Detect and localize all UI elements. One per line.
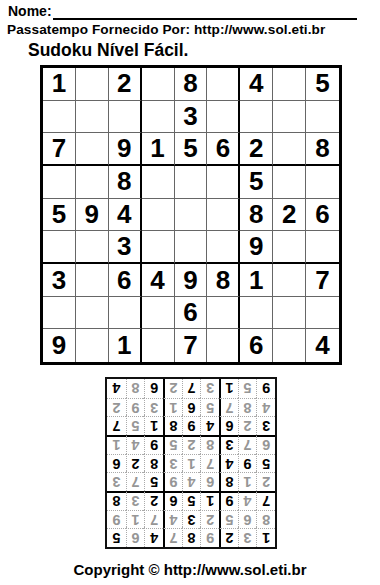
solution-cell-r7c8: 5 [126,416,145,435]
solution-cell-r4c4: 6 [200,472,219,491]
solution-cell-r7c7: 1 [144,416,163,435]
solution-cell-r6c8: 4 [126,435,145,454]
cell-r8c7[interactable] [240,297,273,330]
cell-r4c4[interactable] [142,166,175,199]
cell-r7c3: 6 [109,264,142,297]
solution-cell-r6c7: 9 [144,435,163,454]
solution-cell-r7c4: 4 [200,416,219,435]
cell-r5c1: 5 [43,199,76,232]
cell-r6c7: 9 [240,231,273,264]
cell-r3c4: 1 [142,133,175,166]
cell-r1c4[interactable] [142,68,175,101]
solution-cell-r6c6: 5 [163,435,182,454]
cell-r5c5[interactable] [175,199,208,232]
name-row: Nome: [8,3,372,20]
cell-r3c7: 2 [240,133,273,166]
solution-cell-r2c4: 2 [200,510,219,529]
solution-cell-r8c6: 1 [163,398,182,417]
cell-r2c1[interactable] [43,101,76,134]
cell-r4c9[interactable] [306,166,339,199]
solution-cell-r9c3: 1 [219,379,238,398]
cell-r4c3: 8 [109,166,142,199]
solution-cell-r4c5: 4 [182,472,201,491]
cell-r5c4[interactable] [142,199,175,232]
cell-r1c9: 5 [306,68,339,101]
solution-cell-r1c1: 1 [256,528,275,547]
cell-r9c2[interactable] [76,329,109,362]
solution-cell-r8c2: 8 [238,398,257,417]
cell-r5c9: 6 [306,199,339,232]
cell-r2c9[interactable] [306,101,339,134]
solution-cell-r5c8: 2 [126,454,145,473]
solution-cell-r9c8: 8 [126,379,145,398]
cell-r8c4[interactable] [142,297,175,330]
solution-cell-r2c3: 5 [219,510,238,529]
solution-cell-r1c9: 5 [107,528,126,547]
solution-cell-r2c9: 9 [107,510,126,529]
solution-cell-r3c3: 9 [219,491,238,510]
solution-cell-r2c2: 6 [238,510,257,529]
cell-r9c9: 4 [306,329,339,362]
solution-cell-r3c9: 8 [107,491,126,510]
solution-cell-r5c3: 4 [219,454,238,473]
solution-cell-r2c5: 3 [182,510,201,529]
solution-cell-r5c1: 5 [256,454,275,473]
cell-r3c3: 9 [109,133,142,166]
solution-cell-r6c9: 1 [107,435,126,454]
cell-r9c5: 7 [175,329,208,362]
solution-cell-r8c8: 9 [126,398,145,417]
cell-r2c5: 3 [175,101,208,134]
solution-cell-r9c4: 3 [200,379,219,398]
cell-r5c3: 4 [109,199,142,232]
cell-r6c6[interactable] [207,231,240,264]
cell-r1c8[interactable] [273,68,306,101]
cell-r8c6[interactable] [207,297,240,330]
cell-r3c1: 7 [43,133,76,166]
cell-r8c5: 6 [175,297,208,330]
cell-r6c3: 3 [109,231,142,264]
cell-r1c2[interactable] [76,68,109,101]
cell-r7c1: 3 [43,264,76,297]
cell-r2c6[interactable] [207,101,240,134]
solution-cell-r1c4: 9 [200,528,219,547]
solution-cell-r4c9: 3 [107,472,126,491]
cell-r3c2[interactable] [76,133,109,166]
sudoku-grid[interactable]: 128453791562885594826393649817691764 [40,65,342,365]
solution-cell-r1c6: 7 [163,528,182,547]
solution-cell-r9c9: 4 [107,379,126,398]
solution-cell-r9c5: 7 [182,379,201,398]
cell-r6c1[interactable] [43,231,76,264]
cell-r7c7: 1 [240,264,273,297]
cell-r9c7: 6 [240,329,273,362]
cell-r8c1[interactable] [43,297,76,330]
solution-cell-r8c5: 6 [182,398,201,417]
cell-r4c6[interactable] [207,166,240,199]
solution-cell-r6c3: 3 [219,435,238,454]
cell-r6c4[interactable] [142,231,175,264]
cell-r8c2[interactable] [76,297,109,330]
solution-cell-r5c9: 6 [107,454,126,473]
name-blank-line[interactable] [53,3,357,20]
solution-cell-r6c4: 8 [200,435,219,454]
cell-r2c2[interactable] [76,101,109,134]
cell-r2c8[interactable] [273,101,306,134]
solution-cell-r8c3: 7 [219,398,238,417]
solution-cell-r6c5: 2 [182,435,201,454]
solution-cell-r3c4: 1 [200,491,219,510]
cell-r5c8: 2 [273,199,306,232]
cell-r4c2[interactable] [76,166,109,199]
solution-cell-r5c7: 8 [144,454,163,473]
copyright: Copyright © http://www.sol.eti.br [0,561,380,578]
solution-cell-r7c5: 9 [182,416,201,435]
solution-cell-r3c8: 3 [126,491,145,510]
cell-r2c4[interactable] [142,101,175,134]
cell-r4c1[interactable] [43,166,76,199]
solution-cell-r4c6: 9 [163,472,182,491]
solution-cell-r5c5: 1 [182,454,201,473]
solution-cell-r8c1: 4 [256,398,275,417]
solution-cell-r4c3: 8 [219,472,238,491]
solution-cell-r2c8: 1 [126,510,145,529]
solution-cell-r2c6: 4 [163,510,182,529]
cell-r6c2[interactable] [76,231,109,264]
cell-r1c7: 4 [240,68,273,101]
solution-cell-r6c2: 7 [238,435,257,454]
solution-cell-r2c7: 7 [144,510,163,529]
cell-r5c6[interactable] [207,199,240,232]
cell-r3c9: 8 [306,133,339,166]
solution-cell-r9c6: 2 [163,379,182,398]
cell-r3c6: 6 [207,133,240,166]
name-label: Nome: [8,3,52,20]
cell-r3c5: 5 [175,133,208,166]
cell-r7c9: 7 [306,264,339,297]
solution-cell-r6c1: 6 [256,435,275,454]
solution-cell-r3c6: 6 [163,491,182,510]
solution-grid-rotated: 1329874658652347197491562382186495735947… [105,377,277,549]
solution-cell-r7c6: 8 [163,416,182,435]
solution-cell-r2c1: 8 [256,510,275,529]
cell-r1c3: 2 [109,68,142,101]
cell-r9c6[interactable] [207,329,240,362]
solution-cell-r3c5: 5 [182,491,201,510]
cell-r5c2: 9 [76,199,109,232]
cell-r8c3[interactable] [109,297,142,330]
solution-cell-r4c8: 7 [126,472,145,491]
solution-cell-r9c7: 6 [144,379,163,398]
solution-cell-r4c7: 5 [144,472,163,491]
cell-r2c3[interactable] [109,101,142,134]
solution-cell-r1c5: 8 [182,528,201,547]
cell-r4c5[interactable] [175,166,208,199]
page-title: Sudoku Nível Fácil. [28,40,188,61]
cell-r1c5: 8 [175,68,208,101]
cell-r5c7: 8 [240,199,273,232]
provider-line: Passatempo Fornecido Por: http://www.sol… [7,22,325,37]
cell-r9c1: 9 [43,329,76,362]
solution-cell-r8c4: 5 [200,398,219,417]
cell-r2c7[interactable] [240,101,273,134]
solution-cell-r5c6: 3 [163,454,182,473]
cell-r6c5[interactable] [175,231,208,264]
solution-cell-r9c2: 5 [238,379,257,398]
cell-r7c6: 8 [207,264,240,297]
solution-cell-r1c8: 6 [126,528,145,547]
cell-r1c1: 1 [43,68,76,101]
solution-cell-r1c7: 4 [144,528,163,547]
solution-cell-r3c1: 7 [256,491,275,510]
solution-cell-r7c9: 7 [107,416,126,435]
solution-cell-r3c2: 4 [238,491,257,510]
cell-r6c9[interactable] [306,231,339,264]
solution-cell-r8c7: 3 [144,398,163,417]
solution-cell-r5c4: 7 [200,454,219,473]
solution-cell-r5c2: 9 [238,454,257,473]
cell-r1c6[interactable] [207,68,240,101]
solution-cell-r1c3: 2 [219,528,238,547]
cell-r4c7: 5 [240,166,273,199]
cell-r9c4[interactable] [142,329,175,362]
solution-cell-r4c1: 2 [256,472,275,491]
cell-r6c8[interactable] [273,231,306,264]
cell-r7c5: 9 [175,264,208,297]
solution-cell-r7c1: 3 [256,416,275,435]
solution-cell-r9c1: 9 [256,379,275,398]
cell-r8c9[interactable] [306,297,339,330]
cell-r3c8[interactable] [273,133,306,166]
solution-cell-r3c7: 2 [144,491,163,510]
solution-cell-r7c3: 6 [219,416,238,435]
cell-r9c8[interactable] [273,329,306,362]
solution-cell-r1c2: 3 [238,528,257,547]
cell-r9c3: 1 [109,329,142,362]
solution-cell-r8c9: 2 [107,398,126,417]
cell-r4c8[interactable] [273,166,306,199]
cell-r7c4: 4 [142,264,175,297]
cell-r8c8[interactable] [273,297,306,330]
cell-r7c8[interactable] [273,264,306,297]
solution-cell-r7c2: 2 [238,416,257,435]
solution-cell-r4c2: 1 [238,472,257,491]
cell-r7c2[interactable] [76,264,109,297]
